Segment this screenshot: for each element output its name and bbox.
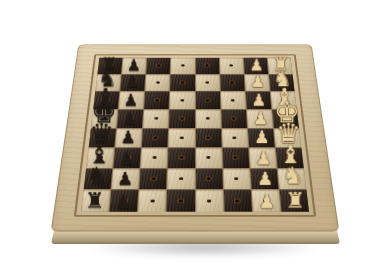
peg-hole [179, 177, 183, 180]
square-a4[interactable] [196, 190, 224, 212]
square-e5[interactable] [169, 110, 194, 128]
peg-hole [206, 156, 210, 159]
square-g2[interactable]: ♟ [244, 74, 269, 91]
square-h3[interactable] [219, 58, 243, 74]
peg-hole [157, 64, 161, 66]
square-f3[interactable] [221, 92, 246, 109]
square-b2[interactable]: ♟ [250, 169, 278, 190]
peg-hole [229, 64, 233, 66]
black-pawn[interactable]: ♟ [115, 129, 141, 146]
square-a6[interactable] [138, 190, 166, 212]
white-pawn[interactable]: ♟ [245, 74, 269, 90]
square-b3[interactable] [223, 169, 251, 190]
square-g5[interactable] [170, 74, 194, 91]
white-pawn[interactable]: ♟ [244, 57, 268, 73]
peg-hole [232, 117, 236, 120]
square-a1[interactable]: ♜ [280, 190, 310, 212]
peg-hole [153, 136, 157, 139]
black-pawn[interactable]: ♟ [122, 57, 146, 73]
square-c4[interactable] [196, 148, 222, 168]
peg-hole [233, 156, 237, 159]
square-e2[interactable]: ♟ [247, 110, 273, 128]
peg-hole [181, 64, 185, 66]
square-e6[interactable] [143, 110, 169, 128]
peg-hole [231, 99, 235, 102]
square-f6[interactable] [144, 92, 169, 109]
square-h5[interactable] [171, 58, 195, 74]
square-d3[interactable] [222, 128, 248, 147]
peg-hole [207, 199, 211, 202]
peg-hole [180, 136, 184, 139]
square-e3[interactable] [221, 110, 247, 128]
peg-hole [151, 177, 155, 180]
square-e7[interactable]: ♟ [117, 110, 143, 128]
square-d5[interactable] [169, 128, 195, 147]
peg-hole [179, 199, 183, 202]
black-pawn[interactable]: ♟ [117, 110, 142, 127]
square-c3[interactable] [222, 148, 249, 168]
white-pawn[interactable]: ♟ [251, 170, 278, 188]
square-a8[interactable]: ♜ [81, 190, 111, 212]
peg-hole [206, 99, 210, 102]
peg-hole [206, 117, 210, 120]
square-a7[interactable]: ♟ [110, 190, 139, 212]
chess-board: ♜♟♟♜♞♟♟♞♝♟♟♝♚♟♟♚♛♟♟♛♝♟♟♝♞♟♟♞♜♟♟♜ [51, 44, 340, 231]
black-pawn[interactable]: ♟ [110, 192, 138, 211]
square-d2[interactable]: ♟ [248, 128, 275, 147]
chess-set-photo: ♜♟♟♜♞♟♟♞♝♟♟♝♚♟♟♚♛♟♟♛♝♟♟♝♞♟♟♞♜♟♟♜ [0, 0, 369, 277]
square-g7[interactable]: ♟ [120, 74, 145, 91]
peg-hole [180, 117, 184, 120]
square-b5[interactable] [168, 169, 195, 190]
peg-hole [179, 156, 183, 159]
square-e4[interactable] [195, 110, 220, 128]
black-pawn[interactable]: ♟ [121, 74, 145, 90]
peg-hole [156, 81, 160, 83]
white-rook[interactable]: ♜ [281, 189, 309, 211]
peg-hole [155, 99, 159, 102]
black-pawn[interactable]: ♟ [114, 149, 140, 167]
square-b4[interactable] [196, 169, 223, 190]
peg-hole [180, 99, 184, 102]
square-a5[interactable] [167, 190, 195, 212]
square-d4[interactable] [196, 128, 222, 147]
black-rook[interactable]: ♜ [81, 189, 109, 211]
square-f7[interactable]: ♟ [119, 92, 145, 109]
square-f4[interactable] [195, 92, 220, 109]
square-g3[interactable] [220, 74, 245, 91]
peg-hole [235, 199, 239, 202]
board-frame: ♜♟♟♜♞♟♟♞♝♟♟♝♚♟♟♚♛♟♟♛♝♟♟♝♞♟♟♞♜♟♟♜ [51, 44, 340, 231]
square-d7[interactable]: ♟ [115, 128, 142, 147]
peg-hole [152, 156, 156, 159]
white-pawn[interactable]: ♟ [249, 129, 275, 146]
white-pawn[interactable]: ♟ [253, 192, 281, 211]
square-g6[interactable] [145, 74, 170, 91]
square-f2[interactable]: ♟ [246, 92, 272, 109]
black-pawn[interactable]: ♟ [119, 92, 144, 109]
square-c2[interactable]: ♟ [249, 148, 276, 168]
board-grid: ♜♟♟♜♞♟♟♞♝♟♟♝♚♟♟♚♛♟♟♛♝♟♟♝♞♟♟♞♜♟♟♜ [81, 58, 309, 212]
board-front-edge [51, 230, 340, 244]
white-knight[interactable]: ♞ [279, 165, 306, 189]
peg-hole [234, 177, 238, 180]
white-pawn[interactable]: ♟ [248, 110, 273, 127]
white-pawn[interactable]: ♟ [247, 92, 272, 109]
peg-hole [181, 81, 185, 83]
peg-hole [206, 136, 210, 139]
peg-hole [205, 81, 209, 83]
peg-hole [154, 117, 158, 120]
square-b6[interactable] [140, 169, 168, 190]
peg-hole [230, 81, 234, 83]
square-a2[interactable]: ♟ [252, 190, 281, 212]
square-g4[interactable] [195, 74, 219, 91]
square-a3[interactable] [224, 190, 252, 212]
peg-hole [205, 64, 209, 66]
square-c7[interactable]: ♟ [114, 148, 141, 168]
peg-hole [233, 136, 237, 139]
square-d6[interactable] [142, 128, 168, 147]
peg-hole [207, 177, 211, 180]
square-c5[interactable] [168, 148, 194, 168]
square-b7[interactable]: ♟ [112, 169, 140, 190]
black-pawn[interactable]: ♟ [112, 170, 139, 188]
board-groove-well: ♜♟♟♜♞♟♟♞♝♟♟♝♚♟♟♚♛♟♟♛♝♟♟♝♞♟♟♞♜♟♟♜ [74, 54, 316, 217]
square-f5[interactable] [170, 92, 195, 109]
square-h6[interactable] [146, 58, 170, 74]
peg-hole [150, 199, 154, 202]
black-knight[interactable]: ♞ [84, 165, 111, 189]
square-c6[interactable] [141, 148, 168, 168]
square-h4[interactable] [195, 58, 219, 74]
white-pawn[interactable]: ♟ [250, 149, 276, 167]
